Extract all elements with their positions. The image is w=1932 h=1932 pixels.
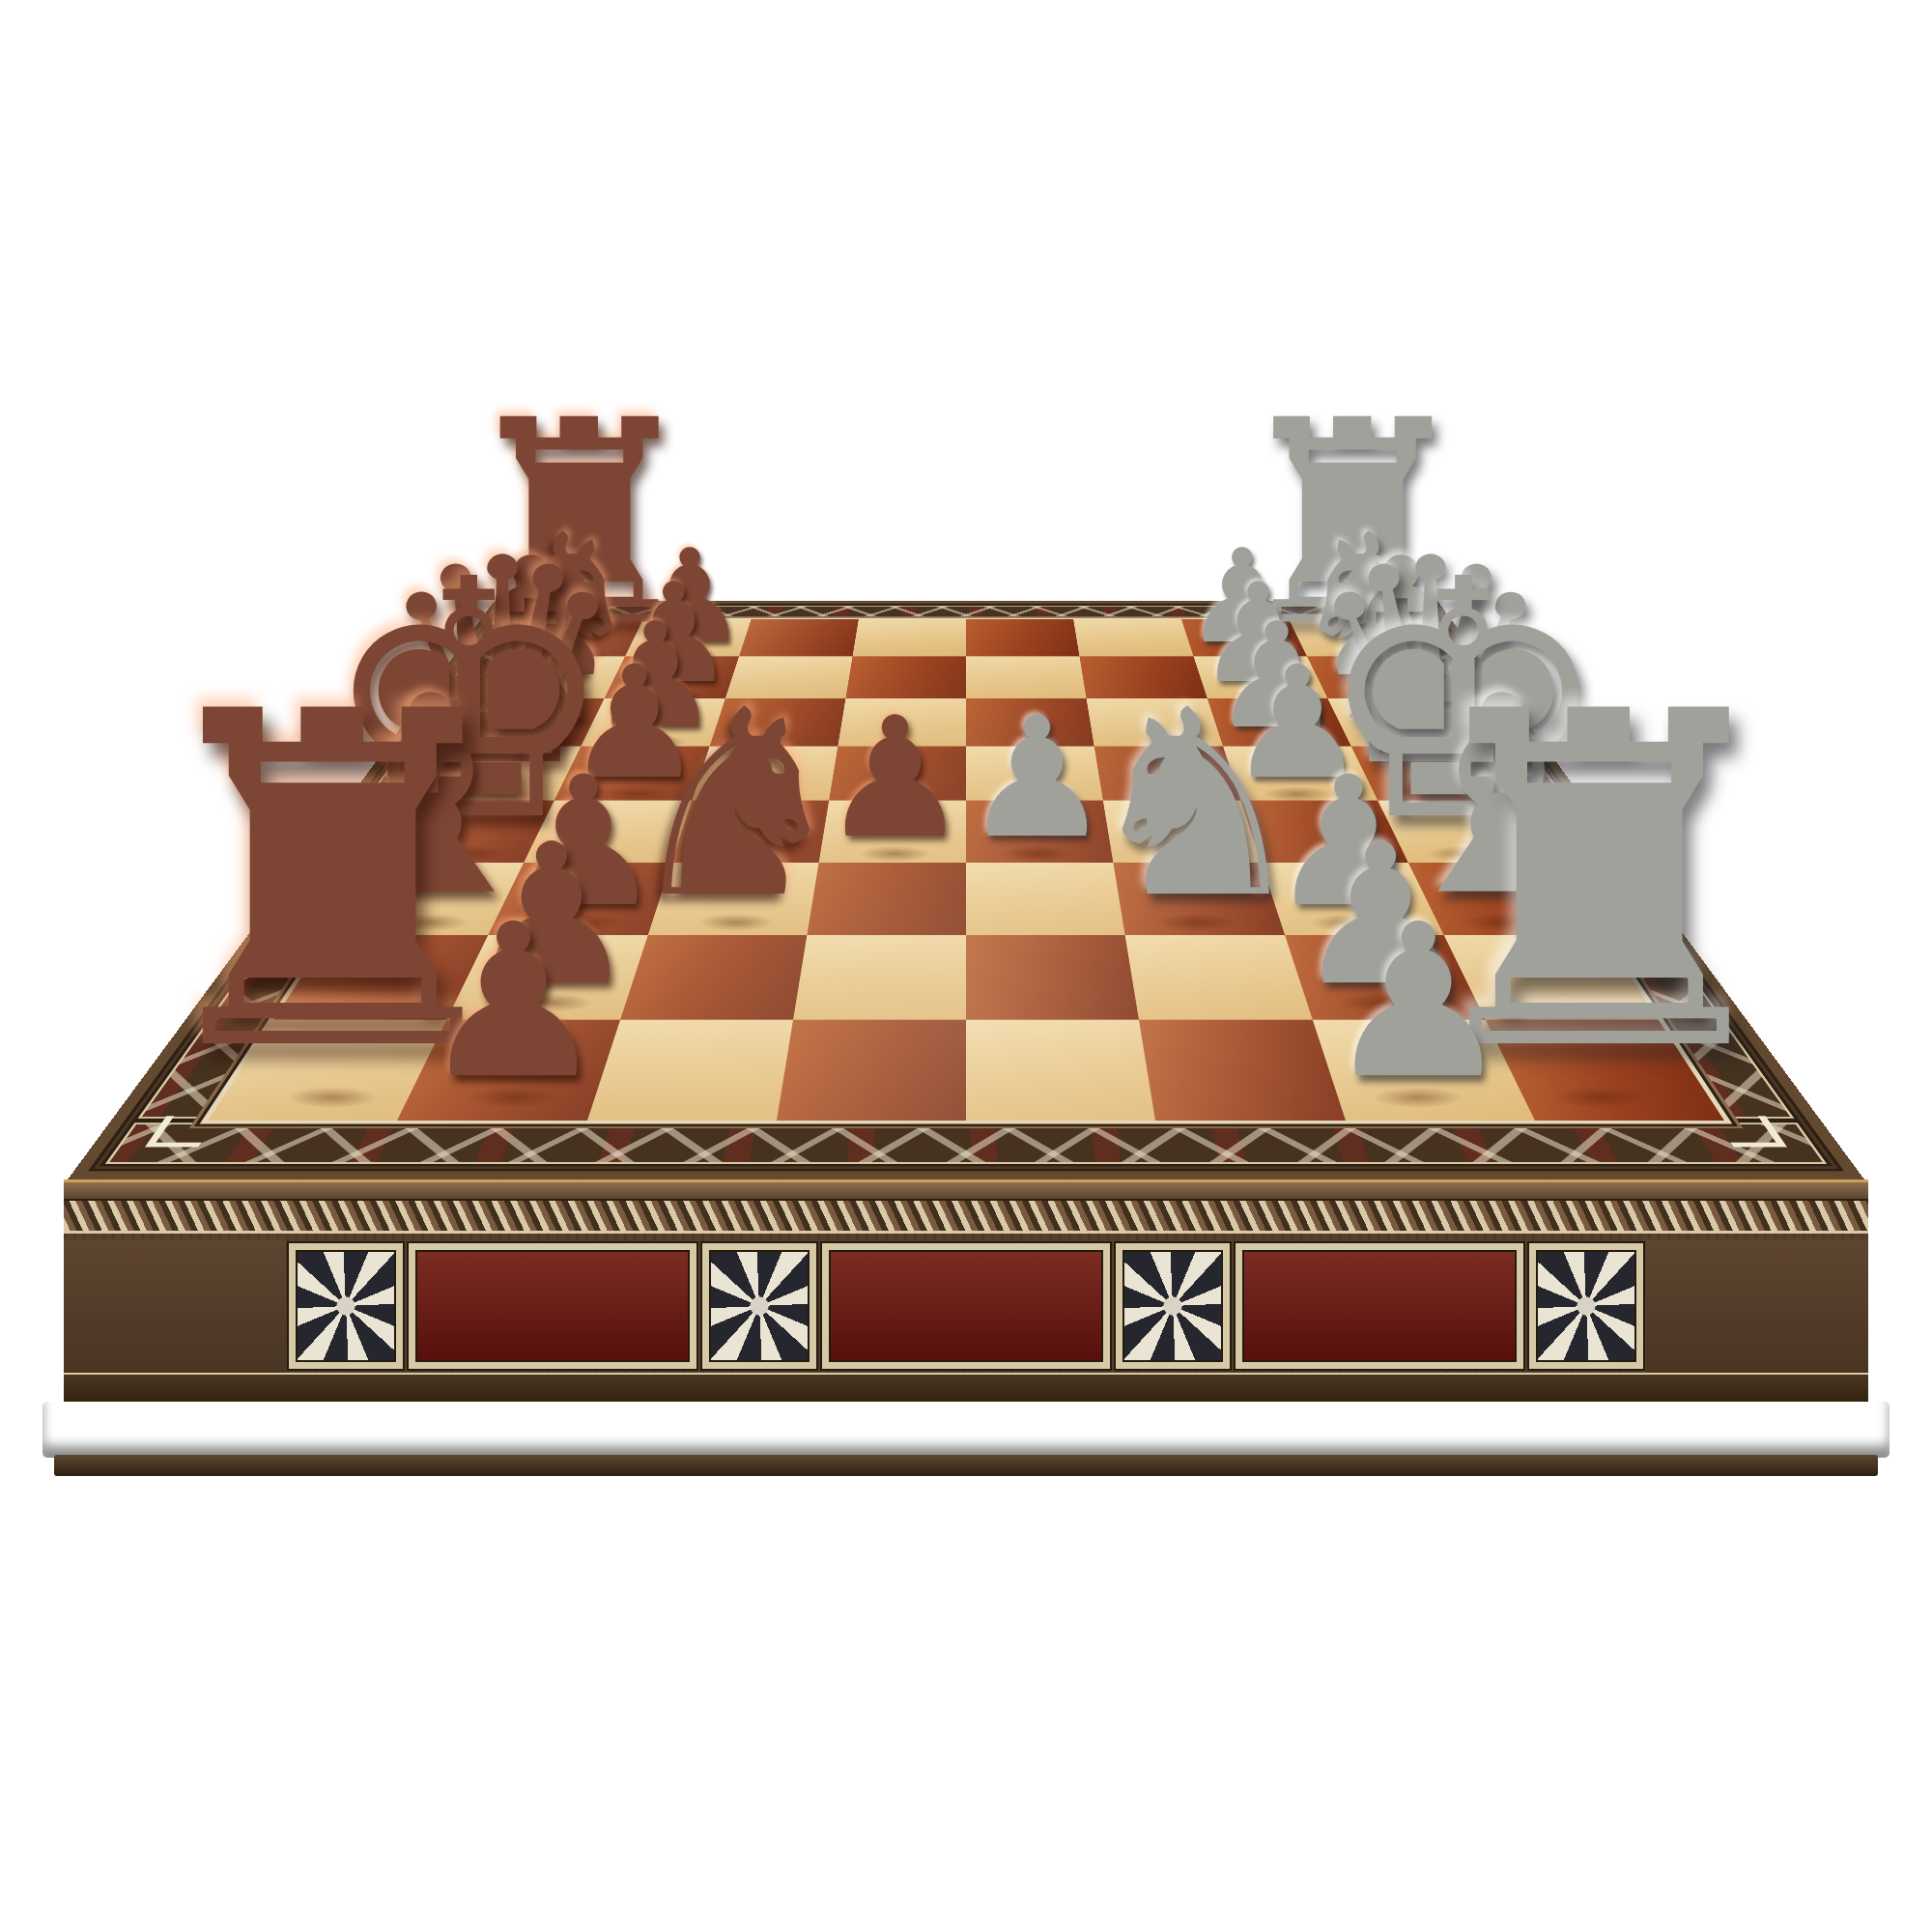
front-panel-star (702, 1243, 816, 1369)
square-e4 (818, 801, 966, 863)
square-b2 (605, 657, 739, 699)
front-panel-row (64, 1239, 1868, 1373)
mosaic-border-back (494, 605, 1439, 618)
square-f6 (1114, 863, 1285, 935)
square-e3 (671, 801, 829, 863)
plinth-molding (43, 1402, 1889, 1458)
square-a6 (1073, 619, 1193, 657)
front-panel-walnut (64, 1239, 286, 1373)
square-c6 (1087, 698, 1223, 746)
chess-set-photo: ♜♞♝♛♚♝♜♟♟♟♟♟♟♟♟♞♜♞♝♛♚♝♜♟♟♟♟♟♟♟♟♞ (0, 0, 1932, 1932)
square-d2 (554, 746, 709, 800)
square-e2 (524, 801, 692, 863)
square-c5 (966, 698, 1094, 746)
front-panel-star (1529, 1243, 1643, 1369)
square-d3 (692, 746, 838, 800)
square-g5 (966, 935, 1139, 1020)
front-panel-star (1116, 1243, 1230, 1369)
front-panel-red (822, 1243, 1110, 1369)
herringbone-inlay-band (64, 1199, 1868, 1234)
front-panel-walnut (1646, 1239, 1868, 1373)
square-a4 (852, 619, 966, 657)
square-b4 (845, 657, 966, 699)
square-g3 (620, 935, 808, 1020)
board-top-surface (68, 601, 1865, 1179)
front-panel-red (1236, 1243, 1523, 1369)
mosaic-border-front (99, 1121, 1833, 1166)
square-h6 (1139, 1019, 1345, 1121)
square-f5 (966, 863, 1125, 935)
square-h4 (777, 1019, 966, 1121)
square-d6 (1094, 746, 1240, 800)
square-a5 (966, 619, 1080, 657)
lid-edge-band (64, 1179, 1868, 1199)
square-c7 (1207, 698, 1351, 746)
square-b7 (1193, 657, 1327, 699)
chess-board (208, 619, 1724, 1121)
square-h5 (966, 1019, 1155, 1121)
box-base-strip (64, 1373, 1868, 1402)
square-c4 (838, 698, 966, 746)
square-f4 (807, 863, 966, 935)
front-panel-star (289, 1243, 403, 1369)
square-g4 (793, 935, 966, 1020)
square-e5 (966, 801, 1114, 863)
square-b5 (966, 657, 1087, 699)
square-c2 (582, 698, 725, 746)
square-b3 (724, 657, 852, 699)
front-panel-red (409, 1243, 696, 1369)
square-a3 (739, 619, 859, 657)
plinth-foot (54, 1455, 1878, 1476)
square-a1 (511, 619, 643, 657)
square-b6 (1080, 657, 1207, 699)
square-g6 (1125, 935, 1313, 1020)
square-d5 (966, 746, 1103, 800)
square-h3 (587, 1019, 793, 1121)
square-f3 (647, 863, 818, 935)
square-d4 (829, 746, 966, 800)
square-a7 (1181, 619, 1307, 657)
square-e6 (1103, 801, 1261, 863)
box-front-face (64, 1179, 1868, 1402)
square-a2 (625, 619, 751, 657)
square-c3 (709, 698, 845, 746)
